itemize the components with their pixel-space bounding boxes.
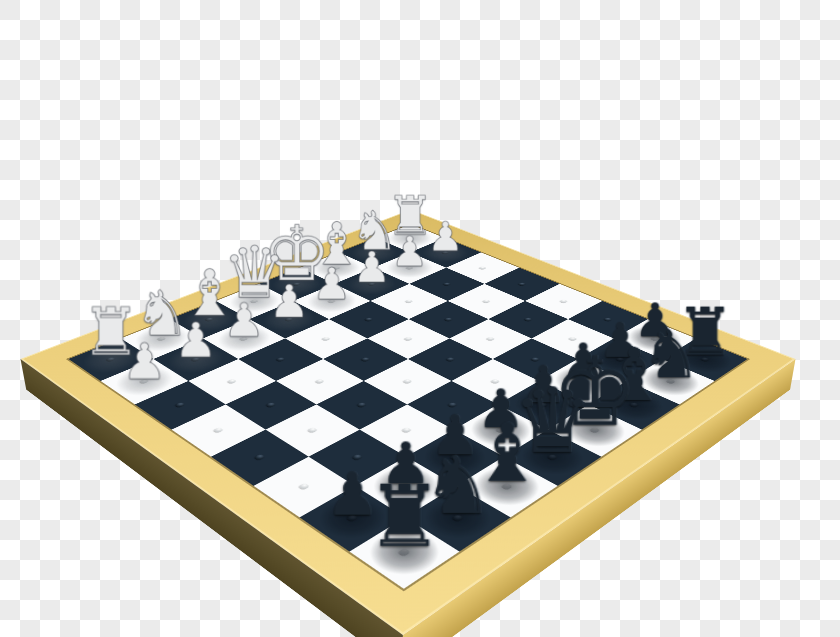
square-a4[interactable]: [172, 404, 266, 456]
white-pawn-glyph: ♟: [174, 315, 217, 363]
board-frame: [21, 209, 796, 634]
square-b3[interactable]: [188, 359, 276, 404]
square-c5[interactable]: [316, 380, 407, 429]
black-rook-glyph: ♜: [366, 474, 443, 559]
board-stage: ♜♞♝♛♚♝♞♜♟♟♟♟♟♟♟♟♜♞♝♛♚♝♞♜♟♟♟♟♟♟♟♟: [21, 209, 796, 634]
square-b5[interactable]: [266, 404, 360, 456]
square-d5[interactable]: [364, 359, 452, 404]
square-a5[interactable]: [211, 429, 309, 485]
square-a3[interactable]: [135, 380, 226, 429]
white-pawn-glyph: ♟: [122, 336, 166, 386]
board-3d-viewport: ♜♞♝♛♚♝♞♜♟♟♟♟♟♟♟♟♜♞♝♛♚♝♞♜♟♟♟♟♟♟♟♟: [0, 0, 840, 637]
square-b4[interactable]: [226, 380, 317, 429]
square-c4[interactable]: [276, 359, 364, 404]
